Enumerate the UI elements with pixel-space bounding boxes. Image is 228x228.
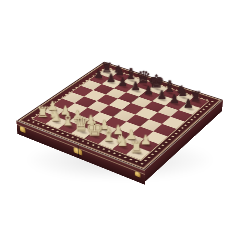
- brass-hinge-center: [74, 147, 83, 156]
- white-rook: ♜: [36, 105, 49, 119]
- scene: ♜♞♝♛♚♝♞♜♟♟♟♟♟♟♟♟♟♟♟♟♟♟♟♟♜♞♝♛♚♝♞♜: [0, 0, 228, 228]
- chess-board: ♜♞♝♛♚♝♞♜♟♟♟♟♟♟♟♟♟♟♟♟♟♟♟♟♜♞♝♛♚♝♞♜: [17, 62, 223, 170]
- brass-clasp-left: [20, 126, 26, 133]
- black-rook: ♜: [101, 61, 113, 74]
- brass-clasp-right: [135, 171, 141, 178]
